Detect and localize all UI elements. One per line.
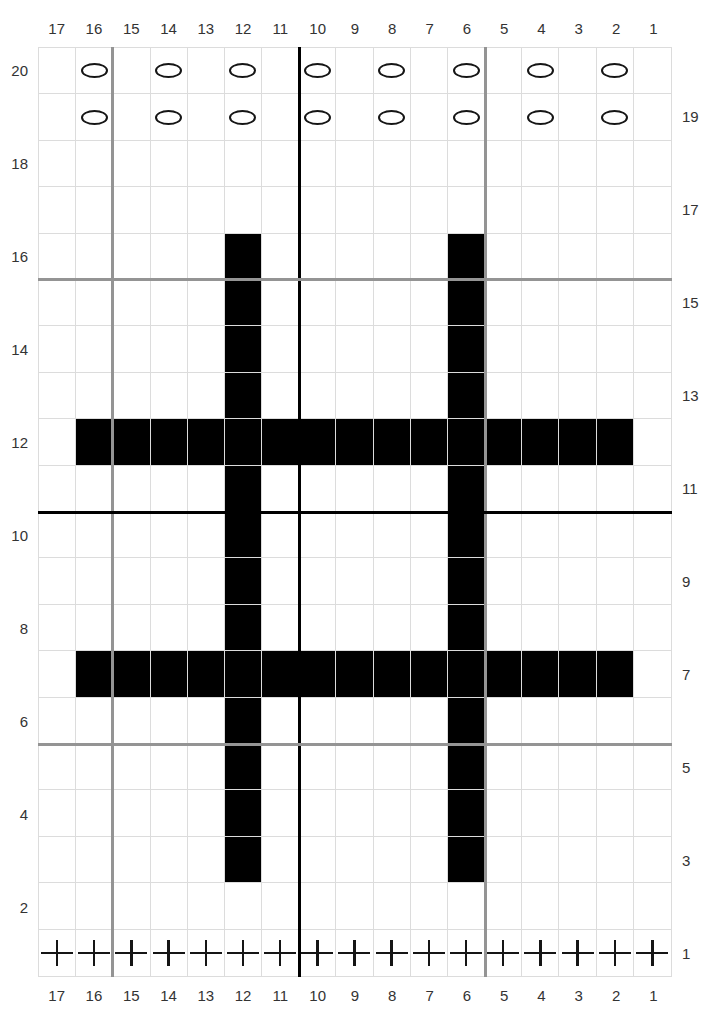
grid-cell[interactable] xyxy=(374,48,411,94)
grid-cell[interactable] xyxy=(634,744,671,790)
grid-cell[interactable] xyxy=(336,512,373,558)
grid-cell[interactable] xyxy=(559,883,596,929)
grid-cell[interactable] xyxy=(522,234,559,280)
grid-cell[interactable] xyxy=(336,326,373,372)
grid-cell[interactable] xyxy=(113,141,150,187)
grid-cell[interactable] xyxy=(151,234,188,280)
grid-cell[interactable] xyxy=(225,883,262,929)
grid-cell[interactable] xyxy=(262,466,299,512)
grid-cell[interactable] xyxy=(336,187,373,233)
grid-cell[interactable] xyxy=(299,141,336,187)
grid-cell[interactable] xyxy=(411,651,448,697)
grid-cell[interactable] xyxy=(262,141,299,187)
grid-cell[interactable] xyxy=(522,280,559,326)
grid-cell[interactable] xyxy=(634,605,671,651)
grid-cell[interactable] xyxy=(411,466,448,512)
grid-cell[interactable] xyxy=(634,280,671,326)
grid-cell[interactable] xyxy=(225,466,262,512)
grid-cell[interactable] xyxy=(151,790,188,836)
grid-cell[interactable] xyxy=(485,698,522,744)
grid-cell[interactable] xyxy=(188,930,225,976)
grid-cell[interactable] xyxy=(522,837,559,883)
grid-cell[interactable] xyxy=(374,466,411,512)
grid-cell[interactable] xyxy=(522,558,559,604)
grid-cell[interactable] xyxy=(39,94,76,140)
grid-cell[interactable] xyxy=(634,930,671,976)
grid-cell[interactable] xyxy=(597,141,634,187)
grid-cell[interactable] xyxy=(374,187,411,233)
grid-cell[interactable] xyxy=(39,930,76,976)
grid-cell[interactable] xyxy=(448,512,485,558)
grid-cell[interactable] xyxy=(485,419,522,465)
grid-cell[interactable] xyxy=(522,512,559,558)
grid-cell[interactable] xyxy=(188,790,225,836)
grid-cell[interactable] xyxy=(188,466,225,512)
grid-cell[interactable] xyxy=(634,326,671,372)
grid-cell[interactable] xyxy=(597,883,634,929)
grid-cell[interactable] xyxy=(113,234,150,280)
grid-cell[interactable] xyxy=(39,790,76,836)
grid-cell[interactable] xyxy=(634,419,671,465)
grid-cell[interactable] xyxy=(448,651,485,697)
grid-cell[interactable] xyxy=(188,698,225,744)
grid-cell[interactable] xyxy=(262,512,299,558)
grid-cell[interactable] xyxy=(336,698,373,744)
grid-cell[interactable] xyxy=(374,698,411,744)
grid-cell[interactable] xyxy=(374,141,411,187)
grid-cell[interactable] xyxy=(225,94,262,140)
grid-cell[interactable] xyxy=(634,558,671,604)
grid-cell[interactable] xyxy=(559,698,596,744)
grid-cell[interactable] xyxy=(113,744,150,790)
grid-cell[interactable] xyxy=(299,605,336,651)
grid-cell[interactable] xyxy=(188,373,225,419)
grid-cell[interactable] xyxy=(188,883,225,929)
grid-cell[interactable] xyxy=(76,280,113,326)
grid-cell[interactable] xyxy=(299,419,336,465)
grid-cell[interactable] xyxy=(336,280,373,326)
grid-cell[interactable] xyxy=(299,94,336,140)
grid-cell[interactable] xyxy=(485,373,522,419)
grid-cell[interactable] xyxy=(336,744,373,790)
grid-cell[interactable] xyxy=(559,512,596,558)
grid-cell[interactable] xyxy=(411,790,448,836)
grid-cell[interactable] xyxy=(76,94,113,140)
grid-cell[interactable] xyxy=(113,187,150,233)
grid-cell[interactable] xyxy=(485,883,522,929)
grid-cell[interactable] xyxy=(76,48,113,94)
grid-cell[interactable] xyxy=(188,605,225,651)
grid-cell[interactable] xyxy=(597,605,634,651)
grid-cell[interactable] xyxy=(336,837,373,883)
grid-cell[interactable] xyxy=(374,373,411,419)
grid-cell[interactable] xyxy=(76,744,113,790)
grid-cell[interactable] xyxy=(485,558,522,604)
grid-cell[interactable] xyxy=(76,883,113,929)
grid-cell[interactable] xyxy=(448,837,485,883)
grid-cell[interactable] xyxy=(151,466,188,512)
grid-cell[interactable] xyxy=(76,790,113,836)
grid-cell[interactable] xyxy=(485,326,522,372)
grid-cell[interactable] xyxy=(151,930,188,976)
grid-cell[interactable] xyxy=(76,419,113,465)
grid-cell[interactable] xyxy=(485,930,522,976)
grid-cell[interactable] xyxy=(522,419,559,465)
grid-cell[interactable] xyxy=(411,187,448,233)
grid-cell[interactable] xyxy=(336,373,373,419)
grid-cell[interactable] xyxy=(299,373,336,419)
grid-cell[interactable] xyxy=(448,605,485,651)
grid-cell[interactable] xyxy=(374,558,411,604)
grid-cell[interactable] xyxy=(188,837,225,883)
grid-cell[interactable] xyxy=(188,326,225,372)
grid-cell[interactable] xyxy=(448,930,485,976)
grid-cell[interactable] xyxy=(39,698,76,744)
grid-cell[interactable] xyxy=(113,94,150,140)
grid-cell[interactable] xyxy=(559,466,596,512)
grid-cell[interactable] xyxy=(522,141,559,187)
grid-cell[interactable] xyxy=(299,930,336,976)
grid-cell[interactable] xyxy=(597,512,634,558)
grid-cell[interactable] xyxy=(374,790,411,836)
grid-cell[interactable] xyxy=(485,94,522,140)
grid-cell[interactable] xyxy=(597,466,634,512)
grid-cell[interactable] xyxy=(559,558,596,604)
grid-cell[interactable] xyxy=(522,187,559,233)
grid-cell[interactable] xyxy=(374,326,411,372)
grid-cell[interactable] xyxy=(336,466,373,512)
grid-cell[interactable] xyxy=(225,744,262,790)
grid-cell[interactable] xyxy=(522,744,559,790)
grid-cell[interactable] xyxy=(411,48,448,94)
grid-cell[interactable] xyxy=(597,187,634,233)
grid-cell[interactable] xyxy=(597,837,634,883)
grid-cell[interactable] xyxy=(522,466,559,512)
grid-cell[interactable] xyxy=(76,651,113,697)
grid-cell[interactable] xyxy=(113,605,150,651)
grid-cell[interactable] xyxy=(113,419,150,465)
grid-cell[interactable] xyxy=(76,466,113,512)
grid-cell[interactable] xyxy=(448,744,485,790)
grid-cell[interactable] xyxy=(485,605,522,651)
grid-cell[interactable] xyxy=(225,326,262,372)
grid-cell[interactable] xyxy=(522,48,559,94)
grid-cell[interactable] xyxy=(225,512,262,558)
grid-cell[interactable] xyxy=(374,837,411,883)
grid-cell[interactable] xyxy=(151,744,188,790)
grid-cell[interactable] xyxy=(559,837,596,883)
grid-cell[interactable] xyxy=(411,698,448,744)
grid-cell[interactable] xyxy=(634,187,671,233)
grid-cell[interactable] xyxy=(262,558,299,604)
grid-cell[interactable] xyxy=(597,280,634,326)
grid-cell[interactable] xyxy=(336,94,373,140)
grid-cell[interactable] xyxy=(559,94,596,140)
grid-cell[interactable] xyxy=(76,512,113,558)
grid-cell[interactable] xyxy=(448,48,485,94)
grid-cell[interactable] xyxy=(485,744,522,790)
grid-cell[interactable] xyxy=(522,930,559,976)
grid-cell[interactable] xyxy=(262,280,299,326)
grid-cell[interactable] xyxy=(374,930,411,976)
grid-cell[interactable] xyxy=(522,651,559,697)
grid-cell[interactable] xyxy=(262,930,299,976)
grid-cell[interactable] xyxy=(76,234,113,280)
grid-cell[interactable] xyxy=(113,373,150,419)
grid-cell[interactable] xyxy=(225,837,262,883)
grid-cell[interactable] xyxy=(262,790,299,836)
grid-cell[interactable] xyxy=(411,94,448,140)
grid-cell[interactable] xyxy=(262,94,299,140)
grid-cell[interactable] xyxy=(374,512,411,558)
grid-cell[interactable] xyxy=(39,187,76,233)
grid-cell[interactable] xyxy=(299,280,336,326)
grid-cell[interactable] xyxy=(39,326,76,372)
grid-cell[interactable] xyxy=(634,883,671,929)
grid-cell[interactable] xyxy=(485,187,522,233)
grid-cell[interactable] xyxy=(336,605,373,651)
grid-cell[interactable] xyxy=(336,48,373,94)
grid-cell[interactable] xyxy=(76,698,113,744)
grid-cell[interactable] xyxy=(485,48,522,94)
grid-cell[interactable] xyxy=(634,141,671,187)
grid-cell[interactable] xyxy=(225,930,262,976)
grid-cell[interactable] xyxy=(113,790,150,836)
grid-cell[interactable] xyxy=(522,326,559,372)
grid-cell[interactable] xyxy=(597,48,634,94)
grid-cell[interactable] xyxy=(113,512,150,558)
grid-cell[interactable] xyxy=(597,419,634,465)
grid-cell[interactable] xyxy=(448,187,485,233)
grid-cell[interactable] xyxy=(151,48,188,94)
grid-cell[interactable] xyxy=(225,698,262,744)
grid-cell[interactable] xyxy=(39,651,76,697)
grid-cell[interactable] xyxy=(76,141,113,187)
grid-cell[interactable] xyxy=(336,419,373,465)
grid-cell[interactable] xyxy=(299,651,336,697)
grid-cell[interactable] xyxy=(485,651,522,697)
grid-cell[interactable] xyxy=(485,512,522,558)
grid-cell[interactable] xyxy=(113,698,150,744)
grid-cell[interactable] xyxy=(76,558,113,604)
grid-cell[interactable] xyxy=(262,234,299,280)
grid-cell[interactable] xyxy=(448,234,485,280)
grid-cell[interactable] xyxy=(485,466,522,512)
grid-cell[interactable] xyxy=(151,94,188,140)
grid-cell[interactable] xyxy=(559,373,596,419)
grid-cell[interactable] xyxy=(485,280,522,326)
grid-cell[interactable] xyxy=(188,234,225,280)
grid-cell[interactable] xyxy=(411,558,448,604)
grid-cell[interactable] xyxy=(262,187,299,233)
grid-cell[interactable] xyxy=(634,48,671,94)
grid-cell[interactable] xyxy=(336,930,373,976)
grid-cell[interactable] xyxy=(336,883,373,929)
grid-cell[interactable] xyxy=(151,558,188,604)
grid-cell[interactable] xyxy=(151,883,188,929)
grid-cell[interactable] xyxy=(262,883,299,929)
grid-cell[interactable] xyxy=(374,744,411,790)
grid-cell[interactable] xyxy=(448,326,485,372)
grid-cell[interactable] xyxy=(225,280,262,326)
grid-cell[interactable] xyxy=(522,883,559,929)
grid-cell[interactable] xyxy=(559,419,596,465)
grid-cell[interactable] xyxy=(188,187,225,233)
grid-cell[interactable] xyxy=(151,419,188,465)
grid-cell[interactable] xyxy=(225,48,262,94)
grid-cell[interactable] xyxy=(262,326,299,372)
grid-cell[interactable] xyxy=(113,326,150,372)
grid-cell[interactable] xyxy=(411,883,448,929)
grid-cell[interactable] xyxy=(485,837,522,883)
grid-cell[interactable] xyxy=(39,512,76,558)
grid-cell[interactable] xyxy=(559,187,596,233)
grid-cell[interactable] xyxy=(113,930,150,976)
grid-cell[interactable] xyxy=(188,744,225,790)
grid-cell[interactable] xyxy=(76,837,113,883)
grid-cell[interactable] xyxy=(39,280,76,326)
grid-cell[interactable] xyxy=(151,141,188,187)
grid-cell[interactable] xyxy=(39,466,76,512)
grid-cell[interactable] xyxy=(597,558,634,604)
grid-cell[interactable] xyxy=(411,373,448,419)
grid-cell[interactable] xyxy=(113,837,150,883)
grid-cell[interactable] xyxy=(374,605,411,651)
grid-cell[interactable] xyxy=(634,94,671,140)
grid-cell[interactable] xyxy=(448,558,485,604)
grid-cell[interactable] xyxy=(634,512,671,558)
grid-cell[interactable] xyxy=(262,373,299,419)
grid-cell[interactable] xyxy=(299,790,336,836)
grid-cell[interactable] xyxy=(39,744,76,790)
grid-cell[interactable] xyxy=(39,48,76,94)
grid-cell[interactable] xyxy=(559,744,596,790)
grid-cell[interactable] xyxy=(485,790,522,836)
grid-cell[interactable] xyxy=(299,234,336,280)
grid-cell[interactable] xyxy=(151,651,188,697)
grid-cell[interactable] xyxy=(374,280,411,326)
grid-cell[interactable] xyxy=(448,698,485,744)
grid-cell[interactable] xyxy=(262,605,299,651)
grid-cell[interactable] xyxy=(39,419,76,465)
grid-cell[interactable] xyxy=(448,883,485,929)
grid-cell[interactable] xyxy=(634,651,671,697)
grid-cell[interactable] xyxy=(597,651,634,697)
grid-cell[interactable] xyxy=(559,930,596,976)
grid-cell[interactable] xyxy=(225,419,262,465)
grid-cell[interactable] xyxy=(522,605,559,651)
grid-cell[interactable] xyxy=(448,280,485,326)
grid-cell[interactable] xyxy=(262,698,299,744)
grid-cell[interactable] xyxy=(522,373,559,419)
grid-cell[interactable] xyxy=(299,558,336,604)
grid-cell[interactable] xyxy=(39,605,76,651)
grid-cell[interactable] xyxy=(225,558,262,604)
grid-cell[interactable] xyxy=(188,48,225,94)
grid-cell[interactable] xyxy=(411,930,448,976)
grid-cell[interactable] xyxy=(39,373,76,419)
grid-cell[interactable] xyxy=(411,326,448,372)
grid-cell[interactable] xyxy=(113,466,150,512)
grid-cell[interactable] xyxy=(188,512,225,558)
grid-cell[interactable] xyxy=(336,141,373,187)
grid-cell[interactable] xyxy=(262,744,299,790)
grid-cell[interactable] xyxy=(559,141,596,187)
grid-cell[interactable] xyxy=(76,930,113,976)
grid-cell[interactable] xyxy=(634,698,671,744)
grid-cell[interactable] xyxy=(113,280,150,326)
grid-cell[interactable] xyxy=(151,326,188,372)
grid-cell[interactable] xyxy=(448,94,485,140)
grid-cell[interactable] xyxy=(225,790,262,836)
grid-cell[interactable] xyxy=(634,837,671,883)
grid-cell[interactable] xyxy=(39,141,76,187)
grid-cell[interactable] xyxy=(39,234,76,280)
grid-cell[interactable] xyxy=(299,187,336,233)
grid-cell[interactable] xyxy=(448,373,485,419)
grid-cell[interactable] xyxy=(299,744,336,790)
grid-cell[interactable] xyxy=(597,326,634,372)
grid-cell[interactable] xyxy=(522,698,559,744)
grid-cell[interactable] xyxy=(448,419,485,465)
grid-cell[interactable] xyxy=(188,651,225,697)
grid-cell[interactable] xyxy=(597,373,634,419)
grid-cell[interactable] xyxy=(634,466,671,512)
grid-cell[interactable] xyxy=(374,234,411,280)
grid-cell[interactable] xyxy=(374,419,411,465)
grid-cell[interactable] xyxy=(225,234,262,280)
grid-cell[interactable] xyxy=(559,651,596,697)
grid-cell[interactable] xyxy=(374,883,411,929)
grid-cell[interactable] xyxy=(262,48,299,94)
grid-cell[interactable] xyxy=(299,512,336,558)
grid-cell[interactable] xyxy=(76,605,113,651)
grid-cell[interactable] xyxy=(299,48,336,94)
grid-cell[interactable] xyxy=(188,280,225,326)
grid-cell[interactable] xyxy=(411,512,448,558)
grid-cell[interactable] xyxy=(188,419,225,465)
grid-cell[interactable] xyxy=(225,373,262,419)
grid-cell[interactable] xyxy=(113,48,150,94)
grid-cell[interactable] xyxy=(522,790,559,836)
grid-cell[interactable] xyxy=(597,744,634,790)
grid-cell[interactable] xyxy=(151,512,188,558)
grid-cell[interactable] xyxy=(225,187,262,233)
grid-cell[interactable] xyxy=(113,883,150,929)
grid-cell[interactable] xyxy=(151,837,188,883)
grid-cell[interactable] xyxy=(188,94,225,140)
grid-cell[interactable] xyxy=(151,373,188,419)
grid-cell[interactable] xyxy=(299,883,336,929)
grid-cell[interactable] xyxy=(225,605,262,651)
grid-cell[interactable] xyxy=(597,94,634,140)
grid-cell[interactable] xyxy=(485,234,522,280)
grid-cell[interactable] xyxy=(113,558,150,604)
grid-cell[interactable] xyxy=(597,790,634,836)
grid-cell[interactable] xyxy=(188,141,225,187)
grid-cell[interactable] xyxy=(262,651,299,697)
grid-cell[interactable] xyxy=(411,234,448,280)
grid-cell[interactable] xyxy=(76,326,113,372)
grid-cell[interactable] xyxy=(559,326,596,372)
grid-cell[interactable] xyxy=(634,234,671,280)
grid-cell[interactable] xyxy=(559,605,596,651)
grid-cell[interactable] xyxy=(336,558,373,604)
grid-cell[interactable] xyxy=(336,790,373,836)
grid-cell[interactable] xyxy=(448,141,485,187)
grid-cell[interactable] xyxy=(39,837,76,883)
grid-cell[interactable] xyxy=(262,419,299,465)
